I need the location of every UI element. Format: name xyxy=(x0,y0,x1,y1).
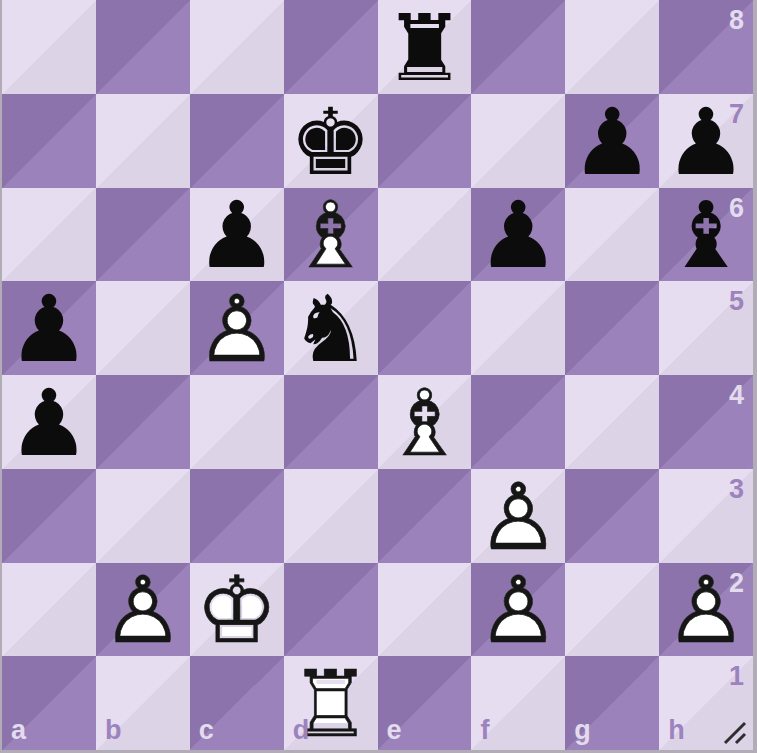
board-frame: ♜8♚♟7♟♟♝♗♟6♝♟♟♙♞5♟♝♗4♟♙3♟♙♚♔♟♙2♟♙abcd♜♖e… xyxy=(0,0,757,753)
square-c7[interactable] xyxy=(190,94,284,188)
square-b8[interactable] xyxy=(96,0,190,94)
square-d6[interactable]: ♝♗ xyxy=(284,188,378,282)
piece-black-rook[interactable]: ♜ xyxy=(378,0,472,94)
white-pawn-outline: ♙ xyxy=(471,565,565,657)
black-king-glyph: ♚ xyxy=(284,96,378,188)
square-d7[interactable]: ♚ xyxy=(284,94,378,188)
square-f6[interactable]: ♟ xyxy=(471,188,565,282)
rank-label-2: 2 xyxy=(729,570,744,597)
file-label-a: a xyxy=(11,717,26,744)
square-g8[interactable] xyxy=(565,0,659,94)
square-g7[interactable]: ♟ xyxy=(565,94,659,188)
square-g2[interactable] xyxy=(565,563,659,657)
rank-label-3: 3 xyxy=(729,476,744,503)
white-king-outline: ♔ xyxy=(190,565,284,657)
rank-label-5: 5 xyxy=(729,288,744,315)
square-f4[interactable] xyxy=(471,375,565,469)
black-pawn-glyph: ♟ xyxy=(565,96,659,188)
square-c3[interactable] xyxy=(190,469,284,563)
file-label-b: b xyxy=(105,717,122,744)
square-b7[interactable] xyxy=(96,94,190,188)
square-c6[interactable]: ♟ xyxy=(190,188,284,282)
square-d3[interactable] xyxy=(284,469,378,563)
square-h1[interactable]: 1h xyxy=(659,656,753,750)
square-d5[interactable]: ♞ xyxy=(284,281,378,375)
piece-black-king[interactable]: ♚ xyxy=(284,94,378,188)
piece-black-pawn[interactable]: ♟ xyxy=(2,375,96,469)
square-h5[interactable]: 5 xyxy=(659,281,753,375)
square-a2[interactable] xyxy=(2,563,96,657)
white-bishop-outline: ♗ xyxy=(378,377,472,469)
square-h7[interactable]: 7♟ xyxy=(659,94,753,188)
piece-white-pawn[interactable]: ♟♙ xyxy=(471,469,565,563)
square-g1[interactable]: g xyxy=(565,656,659,750)
square-b2[interactable]: ♟♙ xyxy=(96,563,190,657)
square-e7[interactable] xyxy=(378,94,472,188)
square-d8[interactable] xyxy=(284,0,378,94)
piece-white-pawn[interactable]: ♟♙ xyxy=(471,563,565,657)
square-e3[interactable] xyxy=(378,469,472,563)
piece-black-pawn[interactable]: ♟ xyxy=(2,281,96,375)
square-c2[interactable]: ♚♔ xyxy=(190,563,284,657)
board-resize-handle-icon[interactable] xyxy=(722,720,748,746)
square-f3[interactable]: ♟♙ xyxy=(471,469,565,563)
square-a8[interactable] xyxy=(2,0,96,94)
square-b3[interactable] xyxy=(96,469,190,563)
square-c1[interactable]: c xyxy=(190,656,284,750)
square-d1[interactable]: d♜♖ xyxy=(284,656,378,750)
square-a1[interactable]: a xyxy=(2,656,96,750)
square-b5[interactable] xyxy=(96,281,190,375)
square-g6[interactable] xyxy=(565,188,659,282)
square-a6[interactable] xyxy=(2,188,96,282)
white-pawn-outline: ♙ xyxy=(471,471,565,563)
square-b4[interactable] xyxy=(96,375,190,469)
file-label-g: g xyxy=(574,717,591,744)
piece-black-pawn[interactable]: ♟ xyxy=(190,188,284,282)
chess-board: ♜8♚♟7♟♟♝♗♟6♝♟♟♙♞5♟♝♗4♟♙3♟♙♚♔♟♙2♟♙abcd♜♖e… xyxy=(2,0,753,750)
square-d4[interactable] xyxy=(284,375,378,469)
rank-label-4: 4 xyxy=(729,382,744,409)
square-c4[interactable] xyxy=(190,375,284,469)
square-e4[interactable]: ♝♗ xyxy=(378,375,472,469)
piece-black-pawn[interactable]: ♟ xyxy=(471,188,565,282)
file-label-e: e xyxy=(387,717,402,744)
black-rook-glyph: ♜ xyxy=(378,2,472,94)
square-h4[interactable]: 4 xyxy=(659,375,753,469)
square-e2[interactable] xyxy=(378,563,472,657)
square-d2[interactable] xyxy=(284,563,378,657)
piece-black-knight[interactable]: ♞ xyxy=(284,281,378,375)
piece-white-pawn[interactable]: ♟♙ xyxy=(190,281,284,375)
square-h6[interactable]: 6♝ xyxy=(659,188,753,282)
file-label-h: h xyxy=(668,717,685,744)
square-c5[interactable]: ♟♙ xyxy=(190,281,284,375)
square-g3[interactable] xyxy=(565,469,659,563)
white-pawn-outline: ♙ xyxy=(190,283,284,375)
square-a5[interactable]: ♟ xyxy=(2,281,96,375)
file-label-d: d xyxy=(293,717,310,744)
black-pawn-glyph: ♟ xyxy=(190,190,284,282)
square-h3[interactable]: 3 xyxy=(659,469,753,563)
square-f2[interactable]: ♟♙ xyxy=(471,563,565,657)
square-e5[interactable] xyxy=(378,281,472,375)
piece-white-bishop[interactable]: ♝♗ xyxy=(378,375,472,469)
square-f5[interactable] xyxy=(471,281,565,375)
square-f7[interactable] xyxy=(471,94,565,188)
square-e6[interactable] xyxy=(378,188,472,282)
rank-label-1: 1 xyxy=(729,663,744,690)
square-h8[interactable]: 8 xyxy=(659,0,753,94)
black-knight-glyph: ♞ xyxy=(284,283,378,375)
rank-label-7: 7 xyxy=(729,101,744,128)
piece-black-pawn[interactable]: ♟ xyxy=(565,94,659,188)
piece-white-king[interactable]: ♚♔ xyxy=(190,563,284,657)
square-a3[interactable] xyxy=(2,469,96,563)
piece-white-pawn[interactable]: ♟♙ xyxy=(96,563,190,657)
white-pawn-outline: ♙ xyxy=(96,565,190,657)
white-bishop-outline: ♗ xyxy=(284,190,378,282)
black-pawn-glyph: ♟ xyxy=(471,190,565,282)
rank-label-8: 8 xyxy=(729,7,744,34)
square-g5[interactable] xyxy=(565,281,659,375)
square-b6[interactable] xyxy=(96,188,190,282)
square-h2[interactable]: 2♟♙ xyxy=(659,563,753,657)
file-label-c: c xyxy=(199,717,214,744)
file-label-f: f xyxy=(480,717,489,744)
piece-white-bishop[interactable]: ♝♗ xyxy=(284,188,378,282)
black-pawn-glyph: ♟ xyxy=(2,283,96,375)
square-e8[interactable]: ♜ xyxy=(378,0,472,94)
square-g4[interactable] xyxy=(565,375,659,469)
square-e1[interactable]: e xyxy=(378,656,472,750)
black-pawn-glyph: ♟ xyxy=(2,377,96,469)
square-a7[interactable] xyxy=(2,94,96,188)
rank-label-6: 6 xyxy=(729,195,744,222)
square-a4[interactable]: ♟ xyxy=(2,375,96,469)
square-b1[interactable]: b xyxy=(96,656,190,750)
square-f1[interactable]: f xyxy=(471,656,565,750)
square-f8[interactable] xyxy=(471,0,565,94)
square-c8[interactable] xyxy=(190,0,284,94)
